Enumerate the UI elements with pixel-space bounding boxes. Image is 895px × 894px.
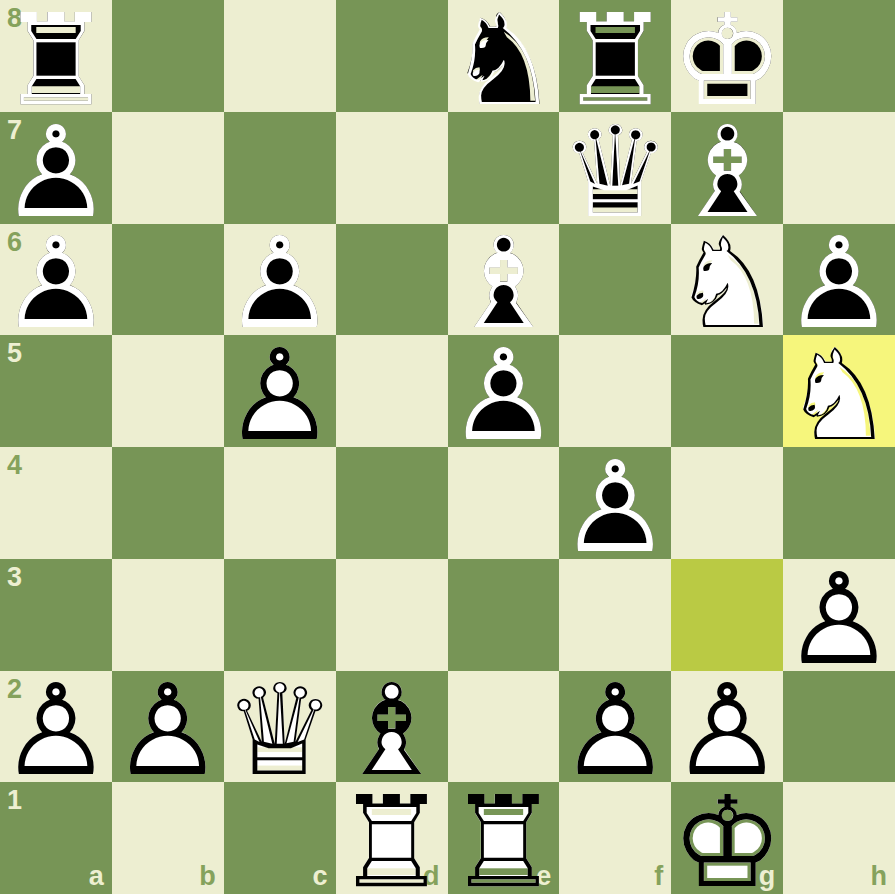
square-a6[interactable]: 6♟♙ xyxy=(0,224,112,336)
piece-glyph-outline: ♖ xyxy=(447,780,560,894)
piece-black-bishop[interactable]: ♝♗ xyxy=(671,112,783,224)
piece-glyph-outline: ♕ xyxy=(223,668,336,794)
piece-glyph-fill: ♟ xyxy=(447,333,560,459)
square-h5[interactable]: ♞♘ xyxy=(783,335,895,447)
square-d5[interactable] xyxy=(336,335,448,447)
piece-white-bishop[interactable]: ♝♗ xyxy=(336,671,448,783)
square-c2[interactable]: ♛♕ xyxy=(224,671,336,783)
piece-glyph-outline: ♙ xyxy=(671,668,784,794)
square-c4[interactable] xyxy=(224,447,336,559)
square-g8[interactable]: ♚♔ xyxy=(671,0,783,112)
piece-black-bishop[interactable]: ♝♗ xyxy=(448,224,560,336)
piece-glyph-fill: ♟ xyxy=(0,668,112,794)
piece-glyph-outline: ♗ xyxy=(447,221,560,347)
piece-glyph-fill: ♟ xyxy=(559,445,672,571)
chess-board: 8♜♖♞♘♜♖♚♔7♟♙♛♕♝♗6♟♙♟♙♝♗♞♘♟♙5♟♙♟♙♞♘4♟♙3♟♙… xyxy=(0,0,895,894)
piece-glyph-outline: ♙ xyxy=(559,668,672,794)
piece-glyph-fill: ♞ xyxy=(671,221,784,347)
piece-glyph-outline: ♙ xyxy=(447,333,560,459)
square-h6[interactable]: ♟♙ xyxy=(783,224,895,336)
square-h8[interactable] xyxy=(783,0,895,112)
square-a7[interactable]: 7♟♙ xyxy=(0,112,112,224)
piece-black-king[interactable]: ♚♔ xyxy=(671,0,783,112)
piece-glyph-outline: ♗ xyxy=(671,110,784,236)
rank-label-4: 4 xyxy=(7,452,22,479)
piece-black-knight[interactable]: ♞♘ xyxy=(448,0,560,112)
piece-white-pawn[interactable]: ♟♙ xyxy=(783,559,895,671)
piece-black-pawn[interactable]: ♟♙ xyxy=(559,447,671,559)
piece-glyph-fill: ♝ xyxy=(671,110,784,236)
piece-glyph-fill: ♝ xyxy=(447,221,560,347)
square-a5[interactable]: 5 xyxy=(0,335,112,447)
rank-label-1: 1 xyxy=(7,787,22,814)
file-label-f: f xyxy=(654,863,663,890)
piece-glyph-fill: ♜ xyxy=(559,0,672,124)
piece-black-rook[interactable]: ♜♖ xyxy=(559,0,671,112)
piece-black-pawn[interactable]: ♟♙ xyxy=(0,112,112,224)
square-e4[interactable] xyxy=(448,447,560,559)
square-g6[interactable]: ♞♘ xyxy=(671,224,783,336)
square-c1[interactable]: c xyxy=(224,782,336,894)
piece-glyph-fill: ♟ xyxy=(223,221,336,347)
square-c5[interactable]: ♟♙ xyxy=(224,335,336,447)
square-a4[interactable]: 4 xyxy=(0,447,112,559)
piece-glyph-fill: ♟ xyxy=(223,333,336,459)
piece-glyph-outline: ♙ xyxy=(0,221,112,347)
piece-glyph-fill: ♛ xyxy=(223,668,336,794)
piece-glyph-outline: ♙ xyxy=(783,557,895,683)
piece-glyph-fill: ♟ xyxy=(559,668,672,794)
piece-glyph-outline: ♖ xyxy=(335,780,448,894)
square-h1[interactable]: h xyxy=(783,782,895,894)
piece-glyph-outline: ♙ xyxy=(0,110,112,236)
piece-glyph-outline: ♙ xyxy=(0,668,112,794)
piece-black-rook[interactable]: ♜♖ xyxy=(0,0,112,112)
square-d3[interactable] xyxy=(336,559,448,671)
piece-white-pawn[interactable]: ♟♙ xyxy=(224,335,336,447)
piece-white-rook[interactable]: ♜♖ xyxy=(336,782,448,894)
piece-glyph-fill: ♟ xyxy=(0,110,112,236)
square-g3[interactable] xyxy=(671,559,783,671)
square-g5[interactable] xyxy=(671,335,783,447)
file-label-h: h xyxy=(871,863,888,890)
square-g1[interactable]: g♚♔ xyxy=(671,782,783,894)
piece-black-pawn[interactable]: ♟♙ xyxy=(224,224,336,336)
piece-white-rook[interactable]: ♜♖ xyxy=(448,782,560,894)
piece-glyph-outline: ♖ xyxy=(559,0,672,124)
square-f2[interactable]: ♟♙ xyxy=(559,671,671,783)
piece-glyph-outline: ♔ xyxy=(671,0,784,124)
piece-white-knight[interactable]: ♞♘ xyxy=(783,335,895,447)
square-f6[interactable] xyxy=(559,224,671,336)
piece-glyph-outline: ♙ xyxy=(559,445,672,571)
piece-black-pawn[interactable]: ♟♙ xyxy=(448,335,560,447)
rank-label-5: 5 xyxy=(7,340,22,367)
piece-black-pawn[interactable]: ♟♙ xyxy=(0,224,112,336)
piece-glyph-fill: ♞ xyxy=(783,333,895,459)
file-label-a: a xyxy=(89,863,104,890)
square-d4[interactable] xyxy=(336,447,448,559)
piece-glyph-fill: ♛ xyxy=(559,110,672,236)
square-h2[interactable] xyxy=(783,671,895,783)
square-d7[interactable] xyxy=(336,112,448,224)
piece-glyph-outline: ♘ xyxy=(447,0,560,124)
piece-glyph-fill: ♝ xyxy=(335,668,448,794)
square-a3[interactable]: 3 xyxy=(0,559,112,671)
piece-white-pawn[interactable]: ♟♙ xyxy=(112,671,224,783)
square-c7[interactable] xyxy=(224,112,336,224)
square-e2[interactable] xyxy=(448,671,560,783)
piece-glyph-outline: ♖ xyxy=(0,0,112,124)
square-g4[interactable] xyxy=(671,447,783,559)
piece-glyph-fill: ♚ xyxy=(671,780,784,894)
file-label-c: c xyxy=(313,863,328,890)
piece-glyph-outline: ♙ xyxy=(223,333,336,459)
piece-glyph-outline: ♘ xyxy=(671,221,784,347)
square-f7[interactable]: ♛♕ xyxy=(559,112,671,224)
square-b3[interactable] xyxy=(112,559,224,671)
piece-glyph-outline: ♘ xyxy=(783,333,895,459)
square-b1[interactable]: b xyxy=(112,782,224,894)
square-a8[interactable]: 8♜♖ xyxy=(0,0,112,112)
piece-glyph-fill: ♟ xyxy=(671,668,784,794)
piece-black-pawn[interactable]: ♟♙ xyxy=(783,224,895,336)
square-e6[interactable]: ♝♗ xyxy=(448,224,560,336)
piece-glyph-fill: ♜ xyxy=(447,780,560,894)
square-c3[interactable] xyxy=(224,559,336,671)
piece-white-pawn[interactable]: ♟♙ xyxy=(671,671,783,783)
piece-glyph-fill: ♜ xyxy=(0,0,112,124)
piece-glyph-outline: ♙ xyxy=(223,221,336,347)
square-f8[interactable]: ♜♖ xyxy=(559,0,671,112)
square-b6[interactable] xyxy=(112,224,224,336)
square-b4[interactable] xyxy=(112,447,224,559)
square-c8[interactable] xyxy=(224,0,336,112)
square-d6[interactable] xyxy=(336,224,448,336)
piece-glyph-fill: ♚ xyxy=(671,0,784,124)
square-h7[interactable] xyxy=(783,112,895,224)
piece-glyph-fill: ♟ xyxy=(783,557,895,683)
square-d1[interactable]: d♜♖ xyxy=(336,782,448,894)
piece-glyph-outline: ♗ xyxy=(335,668,448,794)
square-e1[interactable]: e♜♖ xyxy=(448,782,560,894)
square-f3[interactable] xyxy=(559,559,671,671)
square-e7[interactable] xyxy=(448,112,560,224)
piece-black-queen[interactable]: ♛♕ xyxy=(559,112,671,224)
square-c6[interactable]: ♟♙ xyxy=(224,224,336,336)
square-d8[interactable] xyxy=(336,0,448,112)
square-e8[interactable]: ♞♘ xyxy=(448,0,560,112)
rank-label-3: 3 xyxy=(7,564,22,591)
piece-white-king[interactable]: ♚♔ xyxy=(671,782,783,894)
square-e5[interactable]: ♟♙ xyxy=(448,335,560,447)
piece-glyph-fill: ♟ xyxy=(0,221,112,347)
square-f5[interactable] xyxy=(559,335,671,447)
piece-glyph-outline: ♙ xyxy=(111,668,224,794)
piece-glyph-outline: ♙ xyxy=(783,221,895,347)
piece-glyph-outline: ♔ xyxy=(671,780,784,894)
square-b2[interactable]: ♟♙ xyxy=(112,671,224,783)
square-g7[interactable]: ♝♗ xyxy=(671,112,783,224)
square-b8[interactable] xyxy=(112,0,224,112)
square-b5[interactable] xyxy=(112,335,224,447)
piece-white-pawn[interactable]: ♟♙ xyxy=(559,671,671,783)
square-h3[interactable]: ♟♙ xyxy=(783,559,895,671)
square-d2[interactable]: ♝♗ xyxy=(336,671,448,783)
square-a1[interactable]: 1a xyxy=(0,782,112,894)
square-f1[interactable]: f xyxy=(559,782,671,894)
piece-glyph-fill: ♟ xyxy=(111,668,224,794)
square-f4[interactable]: ♟♙ xyxy=(559,447,671,559)
piece-white-knight[interactable]: ♞♘ xyxy=(671,224,783,336)
piece-glyph-fill: ♜ xyxy=(335,780,448,894)
square-g2[interactable]: ♟♙ xyxy=(671,671,783,783)
piece-glyph-fill: ♞ xyxy=(447,0,560,124)
square-b7[interactable] xyxy=(112,112,224,224)
square-a2[interactable]: 2♟♙ xyxy=(0,671,112,783)
piece-glyph-fill: ♟ xyxy=(783,221,895,347)
square-h4[interactable] xyxy=(783,447,895,559)
piece-glyph-outline: ♕ xyxy=(559,110,672,236)
piece-white-pawn[interactable]: ♟♙ xyxy=(0,671,112,783)
file-label-b: b xyxy=(199,863,216,890)
piece-white-queen[interactable]: ♛♕ xyxy=(224,671,336,783)
square-e3[interactable] xyxy=(448,559,560,671)
